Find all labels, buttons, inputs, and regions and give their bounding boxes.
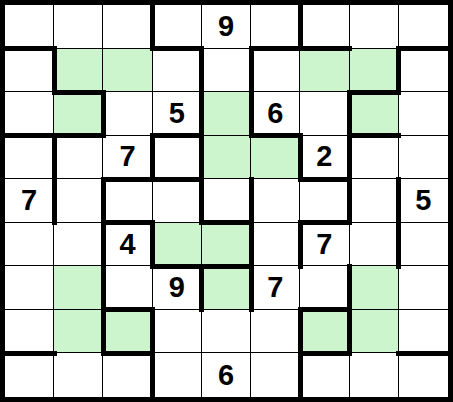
cell-r2c1[interactable] xyxy=(5,49,54,93)
cell-r6c6[interactable] xyxy=(251,223,300,267)
cell-r9c6[interactable] xyxy=(251,353,300,397)
cell-r6c8[interactable] xyxy=(350,223,399,267)
cell-r2c8[interactable] xyxy=(350,49,399,93)
cell-r9c3[interactable] xyxy=(103,353,152,397)
given-digit-r4c3[interactable]: 7 xyxy=(103,136,152,180)
given-digit-r6c7[interactable]: 7 xyxy=(300,223,349,267)
cell-r3c8[interactable] xyxy=(350,92,399,136)
cell-r7c2[interactable] xyxy=(54,266,103,310)
cell-r3c9[interactable] xyxy=(399,92,448,136)
puzzle-grid: 956727547976 xyxy=(5,5,448,397)
cell-r4c5[interactable] xyxy=(202,136,251,180)
cell-r1c7[interactable] xyxy=(300,5,349,49)
given-digit-r3c6[interactable]: 6 xyxy=(251,92,300,136)
cell-r9c8[interactable] xyxy=(350,353,399,397)
given-digit-r3c4[interactable]: 5 xyxy=(153,92,202,136)
cell-r6c5[interactable] xyxy=(202,223,251,267)
cell-r4c9[interactable] xyxy=(399,136,448,180)
cell-r5c5[interactable] xyxy=(202,179,251,223)
given-digit-r7c4[interactable]: 9 xyxy=(153,266,202,310)
cell-r2c9[interactable] xyxy=(399,49,448,93)
cell-r8c8[interactable] xyxy=(350,310,399,354)
cell-r2c6[interactable] xyxy=(251,49,300,93)
cell-r4c6[interactable] xyxy=(251,136,300,180)
cell-r8c9[interactable] xyxy=(399,310,448,354)
given-digit-r6c3[interactable]: 4 xyxy=(103,223,152,267)
cell-r4c1[interactable] xyxy=(5,136,54,180)
given-digit-r1c5[interactable]: 9 xyxy=(202,5,251,49)
cell-r6c1[interactable] xyxy=(5,223,54,267)
given-digit-r5c9[interactable]: 5 xyxy=(399,179,448,223)
cell-r1c2[interactable] xyxy=(54,5,103,49)
cell-r2c7[interactable] xyxy=(300,49,349,93)
cell-r3c2[interactable] xyxy=(54,92,103,136)
cell-r1c8[interactable] xyxy=(350,5,399,49)
given-digit-r9c5[interactable]: 6 xyxy=(202,353,251,397)
cell-r9c7[interactable] xyxy=(300,353,349,397)
cell-r8c5[interactable] xyxy=(202,310,251,354)
cell-r1c3[interactable] xyxy=(103,5,152,49)
given-digit-r7c6[interactable]: 7 xyxy=(251,266,300,310)
cell-r2c4[interactable] xyxy=(153,49,202,93)
cell-r8c6[interactable] xyxy=(251,310,300,354)
cell-r3c5[interactable] xyxy=(202,92,251,136)
cell-r1c4[interactable] xyxy=(153,5,202,49)
cell-r5c4[interactable] xyxy=(153,179,202,223)
cell-r7c3[interactable] xyxy=(103,266,152,310)
cell-r6c4[interactable] xyxy=(153,223,202,267)
cell-r7c8[interactable] xyxy=(350,266,399,310)
given-digit-r4c7[interactable]: 2 xyxy=(300,136,349,180)
cell-r6c9[interactable] xyxy=(399,223,448,267)
cell-r8c1[interactable] xyxy=(5,310,54,354)
cell-r8c7[interactable] xyxy=(300,310,349,354)
cell-r5c2[interactable] xyxy=(54,179,103,223)
cell-r8c4[interactable] xyxy=(153,310,202,354)
cell-r5c3[interactable] xyxy=(103,179,152,223)
cell-r7c5[interactable] xyxy=(202,266,251,310)
cell-r3c3[interactable] xyxy=(103,92,152,136)
cell-r1c9[interactable] xyxy=(399,5,448,49)
cell-r7c1[interactable] xyxy=(5,266,54,310)
cell-r9c9[interactable] xyxy=(399,353,448,397)
cell-r9c1[interactable] xyxy=(5,353,54,397)
puzzle-board: 956727547976 xyxy=(0,0,453,402)
cell-r8c2[interactable] xyxy=(54,310,103,354)
cell-r5c7[interactable] xyxy=(300,179,349,223)
cell-r5c6[interactable] xyxy=(251,179,300,223)
cell-r2c2[interactable] xyxy=(54,49,103,93)
cell-r2c3[interactable] xyxy=(103,49,152,93)
cell-r7c7[interactable] xyxy=(300,266,349,310)
cell-r7c9[interactable] xyxy=(399,266,448,310)
cell-r3c1[interactable] xyxy=(5,92,54,136)
cell-r4c4[interactable] xyxy=(153,136,202,180)
cell-r1c6[interactable] xyxy=(251,5,300,49)
cell-r2c5[interactable] xyxy=(202,49,251,93)
cell-r9c4[interactable] xyxy=(153,353,202,397)
cell-r6c2[interactable] xyxy=(54,223,103,267)
given-digit-r5c1[interactable]: 7 xyxy=(5,179,54,223)
cell-r4c8[interactable] xyxy=(350,136,399,180)
cell-r9c2[interactable] xyxy=(54,353,103,397)
cell-r4c2[interactable] xyxy=(54,136,103,180)
cell-r3c7[interactable] xyxy=(300,92,349,136)
cell-r8c3[interactable] xyxy=(103,310,152,354)
cell-r5c8[interactable] xyxy=(350,179,399,223)
cell-r1c1[interactable] xyxy=(5,5,54,49)
